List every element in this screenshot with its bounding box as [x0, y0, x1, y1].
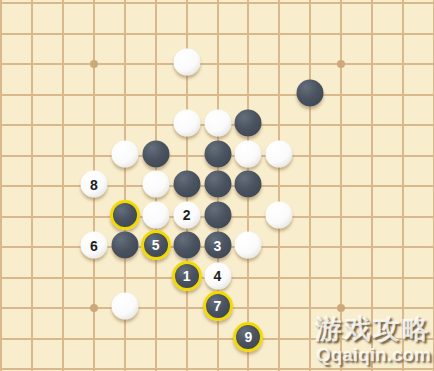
stone-black [204, 171, 231, 198]
move-number: 8 [90, 177, 98, 191]
stone-white-move-4: 4 [204, 262, 231, 289]
stone-white [204, 110, 231, 137]
gomoku-screenshot: 826531479 游戏攻略 Qqaiqin.com [0, 0, 434, 371]
stone-white [111, 140, 138, 167]
stone-white [142, 171, 169, 198]
stone-black [204, 201, 231, 228]
stone-white [173, 110, 200, 137]
stone-black [235, 110, 262, 137]
stone-black-move-7-winline: 7 [203, 291, 233, 321]
stone-black [204, 140, 231, 167]
move-number: 5 [152, 238, 160, 252]
move-number: 4 [214, 269, 222, 283]
star-point [90, 304, 98, 312]
stone-black [173, 171, 200, 198]
stone-white [266, 201, 293, 228]
move-number: 7 [214, 299, 222, 313]
stone-black-move-5-winline: 5 [141, 230, 171, 260]
stone-black-move-1-winline: 1 [172, 261, 202, 291]
stone-white [142, 201, 169, 228]
stone-white [235, 232, 262, 259]
stone-black [297, 79, 324, 106]
grid-line-v-12 [371, 0, 373, 371]
stone-black [235, 171, 262, 198]
stone-black-winline [110, 200, 140, 230]
move-number: 6 [90, 238, 98, 252]
grid-line-v-13 [402, 0, 404, 371]
star-point [90, 60, 98, 68]
grid-line-v-1 [31, 0, 33, 371]
stone-black [173, 232, 200, 259]
stone-white-move-6: 6 [80, 232, 107, 259]
stone-black [111, 232, 138, 259]
board[interactable]: 826531479 [0, 0, 434, 371]
move-number: 3 [214, 238, 222, 252]
grid-line-v-2 [62, 0, 64, 371]
stone-white [235, 140, 262, 167]
stone-white-move-8: 8 [80, 171, 107, 198]
stone-white-move-2: 2 [173, 201, 200, 228]
stone-white [111, 293, 138, 320]
grid-line-v-0 [0, 0, 2, 371]
stone-black [142, 140, 169, 167]
grid-line-v-9 [278, 0, 280, 371]
star-point [337, 60, 345, 68]
stone-black-move-3: 3 [204, 232, 231, 259]
move-number: 9 [245, 330, 253, 344]
grid-line-v-11 [340, 0, 342, 371]
stone-black-move-9-winline: 9 [233, 322, 263, 352]
star-point [337, 304, 345, 312]
move-number: 2 [183, 208, 191, 222]
move-number: 1 [183, 269, 191, 283]
grid-line-v-10 [309, 0, 311, 371]
stone-white [266, 140, 293, 167]
stone-white [173, 49, 200, 76]
